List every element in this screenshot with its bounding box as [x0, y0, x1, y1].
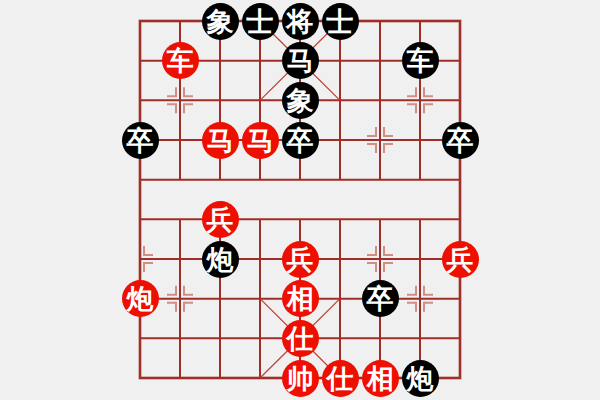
- black-cannon[interactable]: 炮: [202, 241, 239, 278]
- red-advisor[interactable]: 仕: [282, 320, 319, 357]
- black-elephant[interactable]: 象: [282, 82, 319, 119]
- black-soldier[interactable]: 卒: [122, 122, 159, 159]
- red-advisor[interactable]: 仕: [322, 360, 359, 397]
- black-cannon[interactable]: 炮: [402, 360, 439, 397]
- black-elephant[interactable]: 象: [202, 3, 239, 40]
- red-chariot[interactable]: 车: [162, 42, 199, 79]
- black-horse[interactable]: 马: [282, 42, 319, 79]
- pieces-layer: 象士将士车马车象卒马马卒卒兵炮兵兵炮相卒仕帅仕相炮: [0, 0, 600, 400]
- black-advisor[interactable]: 士: [322, 3, 359, 40]
- red-soldier[interactable]: 兵: [282, 241, 319, 278]
- red-elephant[interactable]: 相: [362, 360, 399, 397]
- xiangqi-board: 象士将士车马车象卒马马卒卒兵炮兵兵炮相卒仕帅仕相炮: [0, 0, 600, 400]
- black-soldier[interactable]: 卒: [362, 280, 399, 317]
- red-horse[interactable]: 马: [202, 122, 239, 159]
- red-cannon[interactable]: 炮: [122, 280, 159, 317]
- red-elephant[interactable]: 相: [282, 280, 319, 317]
- black-soldier[interactable]: 卒: [442, 122, 479, 159]
- red-soldier[interactable]: 兵: [442, 241, 479, 278]
- black-general[interactable]: 将: [282, 3, 319, 40]
- black-advisor[interactable]: 士: [242, 3, 279, 40]
- black-soldier[interactable]: 卒: [282, 122, 319, 159]
- red-general[interactable]: 帅: [282, 360, 319, 397]
- red-soldier[interactable]: 兵: [202, 201, 239, 238]
- red-horse[interactable]: 马: [242, 122, 279, 159]
- black-chariot[interactable]: 车: [402, 42, 439, 79]
